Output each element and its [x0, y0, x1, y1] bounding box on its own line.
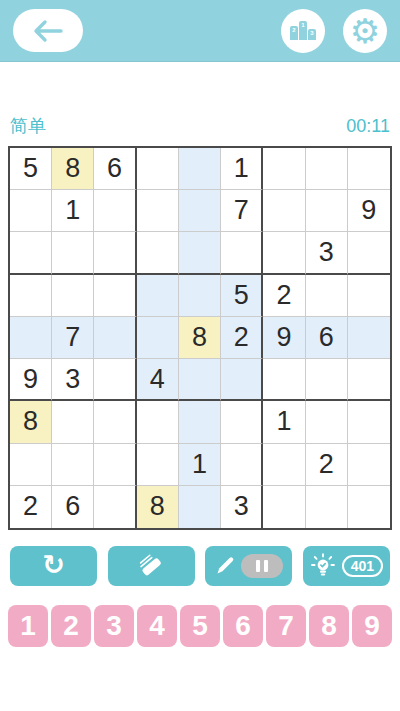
cell-r4c8[interactable]: [306, 275, 348, 317]
cell-r4c2[interactable]: [52, 275, 94, 317]
cell-r8c9[interactable]: [348, 444, 390, 486]
cell-r9c9[interactable]: [348, 486, 390, 528]
cell-r1c9[interactable]: [348, 148, 390, 190]
cell-r1c1[interactable]: 5: [10, 148, 52, 190]
cell-r6c2[interactable]: 3: [52, 359, 94, 401]
hint-button[interactable]: 401: [303, 546, 390, 586]
pencil-toggle[interactable]: [241, 554, 283, 578]
cell-r9c6[interactable]: 3: [221, 486, 263, 528]
numpad-key-7[interactable]: 7: [266, 605, 306, 647]
eraser-button[interactable]: [108, 546, 195, 586]
cell-r5c6[interactable]: 2: [221, 317, 263, 359]
cell-r8c7[interactable]: [263, 444, 305, 486]
difficulty-label: 简单: [10, 114, 46, 138]
cell-r9c1[interactable]: 2: [10, 486, 52, 528]
cell-r4c1[interactable]: [10, 275, 52, 317]
cell-r3c2[interactable]: [52, 232, 94, 274]
cell-r1c4[interactable]: [137, 148, 179, 190]
cell-r6c1[interactable]: 9: [10, 359, 52, 401]
restart-icon: ↻: [42, 552, 65, 579]
cell-r1c6[interactable]: 1: [221, 148, 263, 190]
cell-r5c5[interactable]: 8: [179, 317, 221, 359]
cell-r3c5[interactable]: [179, 232, 221, 274]
cell-r8c1[interactable]: [10, 444, 52, 486]
cell-r8c6[interactable]: [221, 444, 263, 486]
restart-button[interactable]: ↻: [10, 546, 97, 586]
cell-r2c9[interactable]: 9: [348, 190, 390, 232]
timer: 00:11: [346, 116, 390, 137]
pencil-mode-button[interactable]: [205, 546, 292, 586]
cell-r9c5[interactable]: [179, 486, 221, 528]
cell-r7c7[interactable]: 1: [263, 401, 305, 443]
cell-r3c9[interactable]: [348, 232, 390, 274]
cell-r7c9[interactable]: [348, 401, 390, 443]
cell-r8c2[interactable]: [52, 444, 94, 486]
cell-r7c4[interactable]: [137, 401, 179, 443]
settings-button[interactable]: ⚙: [343, 9, 387, 53]
podium-icon: 2 1 3: [290, 21, 316, 40]
cell-r9c8[interactable]: [306, 486, 348, 528]
numpad-key-2[interactable]: 2: [51, 605, 91, 647]
cell-r4c3[interactable]: [94, 275, 136, 317]
cell-r1c3[interactable]: 6: [94, 148, 136, 190]
cell-r4c7[interactable]: 2: [263, 275, 305, 317]
numpad-key-8[interactable]: 8: [309, 605, 349, 647]
cell-r2c8[interactable]: [306, 190, 348, 232]
cell-r5c8[interactable]: 6: [306, 317, 348, 359]
cell-r8c8[interactable]: 2: [306, 444, 348, 486]
hint-count-badge: 401: [342, 555, 383, 577]
numpad-key-1[interactable]: 1: [8, 605, 48, 647]
cell-r1c2[interactable]: 8: [52, 148, 94, 190]
cell-r3c6[interactable]: [221, 232, 263, 274]
cell-r3c3[interactable]: [94, 232, 136, 274]
cell-r4c6[interactable]: 5: [221, 275, 263, 317]
cell-r2c2[interactable]: 1: [52, 190, 94, 232]
cell-r9c7[interactable]: [263, 486, 305, 528]
cell-r3c7[interactable]: [263, 232, 305, 274]
cell-r9c4[interactable]: 8: [137, 486, 179, 528]
pencil-icon: [215, 556, 235, 576]
cell-r8c5[interactable]: 1: [179, 444, 221, 486]
cell-r7c2[interactable]: [52, 401, 94, 443]
cell-r6c9[interactable]: [348, 359, 390, 401]
top-bar: 2 1 3 ⚙: [0, 0, 400, 62]
sudoku-board: 58611793527829693481122683: [8, 146, 392, 530]
numpad-key-9[interactable]: 9: [352, 605, 392, 647]
cell-r6c5[interactable]: [179, 359, 221, 401]
cell-r2c6[interactable]: 7: [221, 190, 263, 232]
lightbulb-icon: [310, 553, 336, 579]
cell-r5c7[interactable]: 9: [263, 317, 305, 359]
cell-r7c5[interactable]: [179, 401, 221, 443]
cell-r9c2[interactable]: 6: [52, 486, 94, 528]
back-button[interactable]: [13, 9, 83, 52]
numpad-key-6[interactable]: 6: [223, 605, 263, 647]
cell-r3c4[interactable]: [137, 232, 179, 274]
cell-r7c3[interactable]: [94, 401, 136, 443]
cell-r6c8[interactable]: [306, 359, 348, 401]
cell-r9c3[interactable]: [94, 486, 136, 528]
cell-r6c7[interactable]: [263, 359, 305, 401]
cell-r8c3[interactable]: [94, 444, 136, 486]
cell-r6c4[interactable]: 4: [137, 359, 179, 401]
cell-r2c4[interactable]: [137, 190, 179, 232]
cell-r7c1[interactable]: 8: [10, 401, 52, 443]
cell-r7c6[interactable]: [221, 401, 263, 443]
cell-r3c1[interactable]: [10, 232, 52, 274]
cell-r2c7[interactable]: [263, 190, 305, 232]
cell-r1c5[interactable]: [179, 148, 221, 190]
numpad-key-5[interactable]: 5: [180, 605, 220, 647]
gear-icon: ⚙: [350, 14, 380, 48]
status-bar: 简单 00:11: [0, 114, 400, 138]
number-pad: 123456789: [0, 605, 400, 647]
cell-r5c4[interactable]: [137, 317, 179, 359]
cell-r8c4[interactable]: [137, 444, 179, 486]
cell-r2c5[interactable]: [179, 190, 221, 232]
cell-r1c7[interactable]: [263, 148, 305, 190]
back-arrow-icon: [31, 18, 65, 44]
cell-r1c8[interactable]: [306, 148, 348, 190]
cell-r5c3[interactable]: [94, 317, 136, 359]
cell-r6c3[interactable]: [94, 359, 136, 401]
cell-r5c2[interactable]: 7: [52, 317, 94, 359]
cell-r4c5[interactable]: [179, 275, 221, 317]
cell-r5c1[interactable]: [10, 317, 52, 359]
numpad-key-4[interactable]: 4: [137, 605, 177, 647]
cell-r7c8[interactable]: [306, 401, 348, 443]
cell-r3c8[interactable]: 3: [306, 232, 348, 274]
numpad-key-3[interactable]: 3: [94, 605, 134, 647]
cell-r4c9[interactable]: [348, 275, 390, 317]
cell-r4c4[interactable]: [137, 275, 179, 317]
cell-r6c6[interactable]: [221, 359, 263, 401]
leaderboard-button[interactable]: 2 1 3: [281, 9, 325, 53]
cell-r5c9[interactable]: [348, 317, 390, 359]
eraser-icon: [136, 553, 166, 579]
toolbar: ↻ 401: [0, 546, 400, 586]
cell-r2c3[interactable]: [94, 190, 136, 232]
cell-r2c1[interactable]: [10, 190, 52, 232]
